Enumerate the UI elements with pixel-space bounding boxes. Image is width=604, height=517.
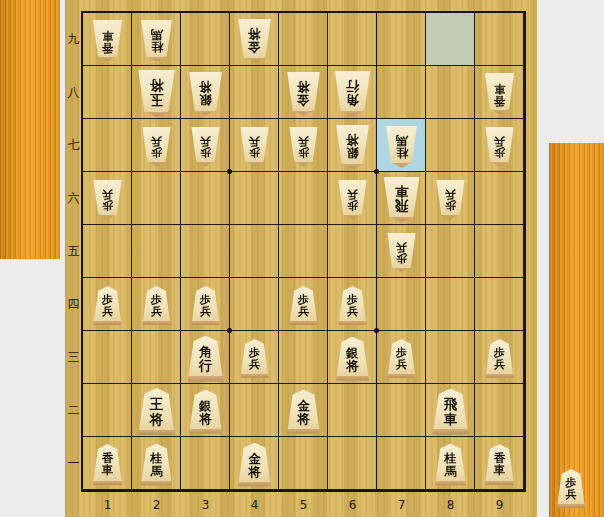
piece-kanji: 歩兵 [494, 347, 505, 370]
piece-kanji: 桂馬 [151, 28, 163, 53]
file-label-5: 5 [279, 495, 328, 515]
star-point [374, 328, 379, 333]
piece-kanji: 銀将 [346, 346, 359, 372]
piece-kanji: 歩兵 [347, 188, 358, 211]
piece-kanji: 歩兵 [102, 188, 113, 211]
rank-label-一: 一 [65, 437, 82, 490]
piece-kanji: 香車 [494, 82, 506, 106]
board-cell-2六[interactable] [132, 172, 181, 225]
board-cell-4五[interactable] [230, 225, 279, 278]
board-cell-4八[interactable] [230, 66, 279, 119]
rank-label-四: 四 [65, 278, 82, 331]
piece-kanji: 歩兵 [151, 294, 162, 317]
piece-kanji: 歩兵 [396, 241, 407, 264]
board-cell-5九[interactable] [279, 13, 328, 66]
file-label-3: 3 [181, 495, 230, 515]
board-cell-8五[interactable] [426, 225, 475, 278]
board-cell-1八[interactable] [83, 66, 132, 119]
board-cell-8七[interactable] [426, 119, 475, 172]
board-cell-4二[interactable] [230, 384, 279, 437]
file-label-6: 6 [328, 495, 377, 515]
piece-stand-north[interactable] [0, 0, 60, 259]
piece-kanji: 香車 [102, 453, 114, 477]
star-point [227, 328, 232, 333]
board-cell-8三[interactable] [426, 331, 475, 384]
rank-label-五: 五 [65, 225, 82, 278]
piece-kanji: 香車 [102, 29, 114, 53]
board-cell-4四[interactable] [230, 278, 279, 331]
piece-kanji: 歩兵 [298, 294, 309, 317]
board-cell-3五[interactable] [181, 225, 230, 278]
shogi-app: 九八七六五四三二一123456789 香車桂馬金将玉将銀将金将角行香車歩兵歩兵歩… [0, 0, 604, 517]
piece-kanji: 金将 [297, 81, 310, 107]
piece-kanji: 王将 [150, 397, 164, 425]
piece-kanji: 飛車 [444, 397, 458, 425]
piece-kanji: 歩兵 [249, 347, 260, 370]
piece-kanji: 歩兵 [396, 347, 407, 370]
piece-kanji: 桂馬 [151, 452, 163, 477]
board-cell-3六[interactable] [181, 172, 230, 225]
board-cell-9四[interactable] [475, 278, 524, 331]
piece-kanji: 歩兵 [151, 135, 162, 158]
piece-kanji: 飛車 [395, 185, 409, 213]
piece-kanji: 金将 [297, 399, 310, 425]
piece-kanji: 歩兵 [347, 294, 358, 317]
board-cell-6二[interactable] [328, 384, 377, 437]
piece-kanji: 歩兵 [566, 477, 577, 500]
piece-kanji: 歩兵 [249, 135, 260, 158]
board-cell-3一[interactable] [181, 437, 230, 490]
board-cell-8四[interactable] [426, 278, 475, 331]
board-cell-2五[interactable] [132, 225, 181, 278]
file-label-9: 9 [475, 495, 524, 515]
piece-kanji: 歩兵 [445, 188, 456, 211]
board-cell-4六[interactable] [230, 172, 279, 225]
board-cell-9六[interactable] [475, 172, 524, 225]
board-cell-7一[interactable] [377, 437, 426, 490]
board-cell-6五[interactable] [328, 225, 377, 278]
piece-kanji: 歩兵 [494, 135, 505, 158]
board-cell-5三[interactable] [279, 331, 328, 384]
file-label-7: 7 [377, 495, 426, 515]
board-cell-1三[interactable] [83, 331, 132, 384]
board-cell-3九[interactable] [181, 13, 230, 66]
piece-kanji: 歩兵 [200, 294, 211, 317]
rank-label-七: 七 [65, 119, 82, 172]
piece-kanji: 歩兵 [200, 135, 211, 158]
board-cell-1五[interactable] [83, 225, 132, 278]
piece-kanji: 歩兵 [298, 135, 309, 158]
board-cell-1七[interactable] [83, 119, 132, 172]
file-label-8: 8 [426, 495, 475, 515]
board-cell-5六[interactable] [279, 172, 328, 225]
board-cell-1二[interactable] [83, 384, 132, 437]
board-cell-7九[interactable] [377, 13, 426, 66]
piece-kanji: 桂馬 [396, 134, 408, 159]
piece-kanji: 玉将 [150, 79, 164, 107]
piece-kanji: 金将 [248, 452, 261, 478]
piece-kanji: 桂馬 [445, 452, 457, 477]
board-cell-8九[interactable] [426, 13, 475, 66]
file-label-1: 1 [83, 495, 132, 515]
piece-kanji: 銀将 [199, 399, 212, 425]
board-cell-7二[interactable] [377, 384, 426, 437]
rank-label-九: 九 [65, 13, 82, 66]
rank-label-六: 六 [65, 172, 82, 225]
piece-kanji: 角行 [346, 80, 359, 107]
board-cell-7四[interactable] [377, 278, 426, 331]
board-cell-7八[interactable] [377, 66, 426, 119]
piece-kanji: 金将 [248, 28, 261, 54]
board-cell-5一[interactable] [279, 437, 328, 490]
board-cell-8八[interactable] [426, 66, 475, 119]
board-cell-5五[interactable] [279, 225, 328, 278]
board-cell-9九[interactable] [475, 13, 524, 66]
board-cell-9五[interactable] [475, 225, 524, 278]
file-label-4: 4 [230, 495, 279, 515]
board-cell-6一[interactable] [328, 437, 377, 490]
piece-kanji: 銀将 [346, 134, 359, 160]
star-point [374, 169, 379, 174]
rank-label-三: 三 [65, 331, 82, 384]
rank-label-八: 八 [65, 66, 82, 119]
piece-kanji: 銀将 [199, 81, 212, 107]
rank-label-二: 二 [65, 384, 82, 437]
piece-stand-south[interactable] [549, 143, 604, 517]
board-cell-2三[interactable] [132, 331, 181, 384]
star-point [227, 169, 232, 174]
piece-kanji: 香車 [494, 453, 506, 477]
board-cell-6九[interactable] [328, 13, 377, 66]
board-cell-9二[interactable] [475, 384, 524, 437]
piece-kanji: 角行 [199, 345, 212, 372]
piece-kanji: 歩兵 [102, 294, 113, 317]
file-label-2: 2 [132, 495, 181, 515]
